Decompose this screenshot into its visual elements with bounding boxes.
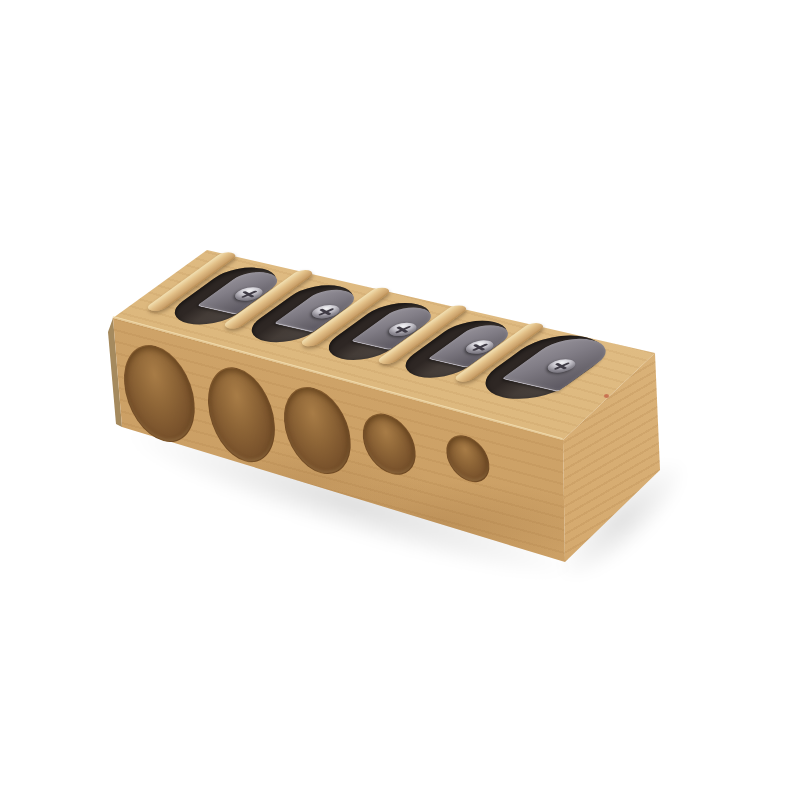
sharpening-hole-5 xyxy=(444,430,491,487)
sharpening-hole-4 xyxy=(360,407,418,481)
product-photo xyxy=(0,0,800,800)
wood-blemish-dot xyxy=(604,394,609,398)
sharpening-hole-3 xyxy=(281,379,355,482)
